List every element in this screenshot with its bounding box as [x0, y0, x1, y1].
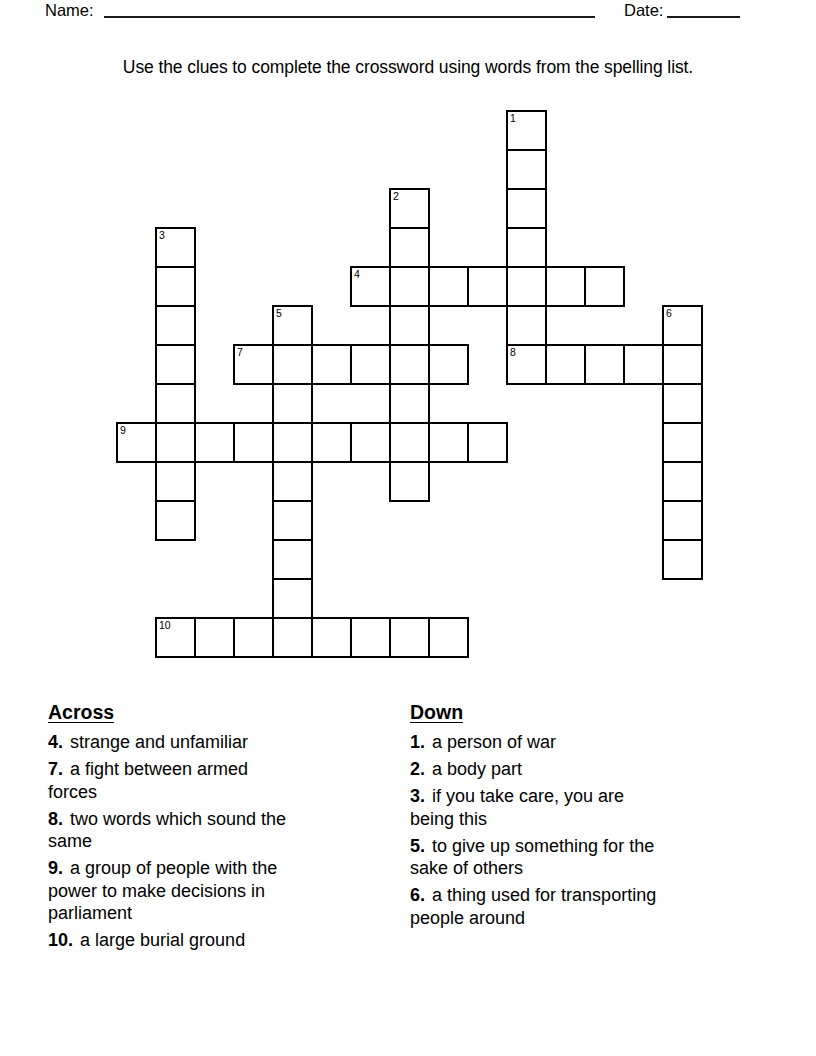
clue-across-7: 7.a fight between armed forces — [48, 758, 388, 803]
grid-cell[interactable] — [350, 422, 391, 463]
grid-cell[interactable] — [662, 422, 703, 463]
grid-cell[interactable]: 2 — [389, 188, 430, 229]
clue-down-5-text: to give up something for the sake of oth… — [410, 836, 654, 879]
clue-across-9: 9.a group of people with the power to ma… — [48, 857, 388, 925]
grid-cell[interactable] — [155, 422, 196, 463]
grid-cell[interactable] — [662, 461, 703, 502]
across-heading: Across — [48, 701, 388, 724]
clue-down-5: 5.to give up something for the sake of o… — [410, 835, 762, 880]
grid-cell[interactable] — [350, 617, 391, 658]
grid-cell[interactable] — [428, 422, 469, 463]
cell-clue-number: 4 — [354, 269, 360, 280]
grid-cell[interactable] — [662, 539, 703, 580]
instructions-text: Use the clues to complete the crossword … — [0, 57, 816, 78]
clue-down-2-number: 2. — [410, 759, 425, 779]
grid-cell[interactable] — [506, 149, 547, 190]
grid-cell[interactable] — [155, 383, 196, 424]
grid-cell[interactable] — [428, 617, 469, 658]
grid-cell[interactable] — [233, 422, 274, 463]
clue-across-10-number: 10. — [48, 930, 73, 950]
grid-cell[interactable] — [272, 461, 313, 502]
grid-cell[interactable] — [311, 422, 352, 463]
clue-down-3: 3.if you take care, you are being this — [410, 785, 762, 830]
grid-cell[interactable] — [389, 227, 430, 268]
cell-clue-number: 6 — [666, 308, 672, 319]
grid-cell[interactable] — [350, 344, 391, 385]
clue-down-1: 1.a person of war — [410, 731, 762, 754]
grid-cell[interactable] — [272, 344, 313, 385]
cell-clue-number: 1 — [510, 113, 516, 124]
grid-cell[interactable] — [467, 266, 508, 307]
grid-cell[interactable] — [233, 617, 274, 658]
grid-cell[interactable] — [155, 266, 196, 307]
clue-across-8-text: two words which sound the same — [48, 809, 286, 852]
grid-cell[interactable] — [155, 305, 196, 346]
grid-cell[interactable] — [467, 422, 508, 463]
grid-cell[interactable]: 8 — [506, 344, 547, 385]
grid-cell[interactable] — [662, 383, 703, 424]
clue-across-4: 4.strange and unfamiliar — [48, 731, 388, 754]
clue-down-2-text: a body part — [432, 759, 522, 779]
cell-clue-number: 2 — [393, 191, 399, 202]
grid-cell[interactable] — [272, 422, 313, 463]
grid-cell[interactable] — [389, 422, 430, 463]
clue-down-6-text: a thing used for transporting people aro… — [410, 885, 656, 928]
grid-cell[interactable] — [272, 539, 313, 580]
cell-clue-number: 10 — [159, 620, 171, 631]
date-label: Date: — [624, 1, 663, 20]
clue-down-6: 6.a thing used for transporting people a… — [410, 884, 762, 929]
grid-cell[interactable]: 9 — [116, 422, 157, 463]
worksheet-page: { "game": "crossword", "worksheet": { "n… — [0, 0, 816, 1056]
grid-cell[interactable]: 6 — [662, 305, 703, 346]
date-blank-line[interactable] — [667, 2, 740, 18]
crossword-board: 12345678910 — [116, 110, 704, 659]
grid-cell[interactable] — [623, 344, 664, 385]
clue-down-6-number: 6. — [410, 885, 425, 905]
down-heading: Down — [410, 701, 762, 724]
name-blank-line[interactable] — [104, 2, 595, 18]
grid-cell[interactable]: 3 — [155, 227, 196, 268]
cell-clue-number: 3 — [159, 230, 165, 241]
clue-across-8-number: 8. — [48, 809, 63, 829]
clue-across-7-number: 7. — [48, 759, 63, 779]
grid-cell[interactable] — [506, 305, 547, 346]
grid-cell[interactable] — [428, 344, 469, 385]
name-label: Name: — [45, 1, 94, 20]
grid-cell[interactable] — [155, 344, 196, 385]
grid-cell[interactable]: 7 — [233, 344, 274, 385]
grid-cell[interactable] — [155, 461, 196, 502]
grid-cell[interactable] — [272, 500, 313, 541]
grid-cell[interactable] — [389, 344, 430, 385]
grid-cell[interactable] — [389, 461, 430, 502]
grid-cell[interactable] — [272, 383, 313, 424]
clue-across-4-text: strange and unfamiliar — [70, 732, 248, 752]
grid-cell[interactable] — [584, 266, 625, 307]
clue-down-3-number: 3. — [410, 786, 425, 806]
clue-down-1-number: 1. — [410, 732, 425, 752]
clue-across-8: 8.two words which sound the same — [48, 808, 388, 853]
cell-clue-number: 9 — [120, 425, 126, 436]
grid-cell[interactable] — [428, 266, 469, 307]
grid-cell[interactable] — [584, 344, 625, 385]
grid-cell[interactable] — [194, 617, 235, 658]
clue-down-1-text: a person of war — [432, 732, 556, 752]
cell-clue-number: 7 — [237, 347, 243, 358]
grid-cell[interactable] — [155, 500, 196, 541]
grid-cell[interactable]: 10 — [155, 617, 196, 658]
down-clues-section: Down 1.a person of war 2.a body part 3.i… — [410, 701, 762, 934]
clue-down-2: 2.a body part — [410, 758, 762, 781]
grid-cell[interactable] — [545, 266, 586, 307]
cell-clue-number: 8 — [510, 347, 516, 358]
grid-cell[interactable] — [389, 266, 430, 307]
grid-cell[interactable] — [272, 617, 313, 658]
grid-cell[interactable] — [311, 617, 352, 658]
grid-cell[interactable] — [194, 422, 235, 463]
cell-clue-number: 5 — [276, 308, 282, 319]
grid-cell[interactable] — [545, 344, 586, 385]
clue-across-10: 10.a large burial ground — [48, 929, 388, 952]
grid-cell[interactable] — [272, 578, 313, 619]
clue-across-9-number: 9. — [48, 858, 63, 878]
grid-cell[interactable] — [389, 305, 430, 346]
grid-cell[interactable] — [662, 344, 703, 385]
clue-across-9-text: a group of people with the power to make… — [48, 858, 277, 923]
grid-cell[interactable]: 1 — [506, 110, 547, 151]
clue-across-7-text: a fight between armed forces — [48, 759, 248, 802]
grid-cell[interactable] — [506, 188, 547, 229]
grid-cell[interactable]: 5 — [272, 305, 313, 346]
across-clues-section: Across 4.strange and unfamiliar 7.a figh… — [48, 701, 388, 956]
grid-cell[interactable]: 4 — [350, 266, 391, 307]
clue-down-5-number: 5. — [410, 836, 425, 856]
grid-cell[interactable] — [506, 266, 547, 307]
grid-cell[interactable] — [506, 227, 547, 268]
clue-across-10-text: a large burial ground — [80, 930, 245, 950]
clue-down-3-text: if you take care, you are being this — [410, 786, 624, 829]
grid-cell[interactable] — [389, 617, 430, 658]
grid-cell[interactable] — [389, 383, 430, 424]
grid-cell[interactable] — [662, 500, 703, 541]
grid-cell[interactable] — [311, 344, 352, 385]
clue-across-4-number: 4. — [48, 732, 63, 752]
